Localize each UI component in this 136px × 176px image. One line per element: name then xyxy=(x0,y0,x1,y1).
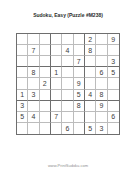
cell-r4c2[interactable]: 8 xyxy=(28,67,39,78)
cell-r5c9[interactable] xyxy=(108,78,119,89)
cell-r7c9[interactable] xyxy=(108,101,119,112)
cell-r7c8[interactable]: 9 xyxy=(96,101,107,112)
cell-r6c6[interactable]: 5 xyxy=(74,90,85,101)
cell-r1c3[interactable] xyxy=(40,34,51,45)
cell-r6c8[interactable]: 8 xyxy=(96,90,107,101)
sudoku-board: 2974873816529135483895476653 xyxy=(16,33,120,135)
cell-r5c7[interactable] xyxy=(85,78,96,89)
cell-r8c6[interactable] xyxy=(74,112,85,123)
cell-r7c4[interactable] xyxy=(51,101,62,112)
cell-r2c3[interactable] xyxy=(40,45,51,56)
cell-r3c3[interactable] xyxy=(40,56,51,67)
cell-r6c2[interactable]: 3 xyxy=(28,90,39,101)
cell-r6c3[interactable] xyxy=(40,90,51,101)
sudoku-sheet: Sudoku, Easy (Puzzle #M238) 297487381652… xyxy=(0,0,136,176)
cell-r9c2[interactable] xyxy=(28,123,39,134)
cell-r2c8[interactable] xyxy=(96,45,107,56)
cell-r3c2[interactable] xyxy=(28,56,39,67)
cell-r7c6[interactable]: 8 xyxy=(74,101,85,112)
cell-r5c1[interactable] xyxy=(17,78,28,89)
cell-r2c1[interactable] xyxy=(17,45,28,56)
cell-r9c7[interactable]: 5 xyxy=(85,123,96,134)
cell-r9c6[interactable] xyxy=(74,123,85,134)
cell-r4c3[interactable] xyxy=(40,67,51,78)
cell-r1c9[interactable]: 9 xyxy=(108,34,119,45)
cell-r5c2[interactable] xyxy=(28,78,39,89)
cell-r3c5[interactable] xyxy=(62,56,73,67)
cell-r8c5[interactable] xyxy=(62,112,73,123)
cell-r6c1[interactable]: 1 xyxy=(17,90,28,101)
cell-r1c1[interactable] xyxy=(17,34,28,45)
cell-r7c3[interactable] xyxy=(40,101,51,112)
cell-r9c5[interactable]: 6 xyxy=(62,123,73,134)
cell-r4c1[interactable] xyxy=(17,67,28,78)
cell-r9c3[interactable] xyxy=(40,123,51,134)
cell-r1c8[interactable] xyxy=(96,34,107,45)
cell-r6c9[interactable] xyxy=(108,90,119,101)
cell-r3c8[interactable] xyxy=(96,56,107,67)
cell-r2c2[interactable]: 7 xyxy=(28,45,39,56)
cell-r1c7[interactable]: 2 xyxy=(85,34,96,45)
cell-r8c1[interactable]: 5 xyxy=(17,112,28,123)
cell-r8c3[interactable] xyxy=(40,112,51,123)
cell-r9c9[interactable] xyxy=(108,123,119,134)
cell-r8c7[interactable] xyxy=(85,112,96,123)
cell-r6c5[interactable] xyxy=(62,90,73,101)
cell-r4c5[interactable] xyxy=(62,67,73,78)
cell-r3c7[interactable] xyxy=(85,56,96,67)
cell-r6c4[interactable] xyxy=(51,90,62,101)
cell-r3c9[interactable]: 3 xyxy=(108,56,119,67)
cell-r8c2[interactable]: 4 xyxy=(28,112,39,123)
cell-r5c4[interactable] xyxy=(51,78,62,89)
cell-r7c2[interactable] xyxy=(28,101,39,112)
cell-r1c4[interactable] xyxy=(51,34,62,45)
cell-r5c8[interactable] xyxy=(96,78,107,89)
cell-r4c7[interactable] xyxy=(85,67,96,78)
cell-r2c7[interactable]: 8 xyxy=(85,45,96,56)
cell-r5c6[interactable]: 9 xyxy=(74,78,85,89)
cell-r2c5[interactable]: 4 xyxy=(62,45,73,56)
cell-r4c8[interactable]: 6 xyxy=(96,67,107,78)
cell-r7c7[interactable] xyxy=(85,101,96,112)
cell-r5c3[interactable]: 2 xyxy=(40,78,51,89)
cell-r3c6[interactable]: 7 xyxy=(74,56,85,67)
cell-r8c9[interactable]: 6 xyxy=(108,112,119,123)
cell-r2c9[interactable] xyxy=(108,45,119,56)
cell-r7c5[interactable] xyxy=(62,101,73,112)
cell-r9c4[interactable] xyxy=(51,123,62,134)
cell-r2c4[interactable] xyxy=(51,45,62,56)
cell-r3c1[interactable] xyxy=(17,56,28,67)
footer-url: www.PrintSudoku.com xyxy=(0,163,136,168)
cell-r1c6[interactable] xyxy=(74,34,85,45)
cell-r6c7[interactable]: 4 xyxy=(85,90,96,101)
cell-r9c1[interactable] xyxy=(17,123,28,134)
cell-r1c2[interactable] xyxy=(28,34,39,45)
cell-r8c4[interactable]: 7 xyxy=(51,112,62,123)
cell-r8c8[interactable] xyxy=(96,112,107,123)
cell-r5c5[interactable] xyxy=(62,78,73,89)
cell-r2c6[interactable] xyxy=(74,45,85,56)
cell-r3c4[interactable] xyxy=(51,56,62,67)
cell-r4c4[interactable]: 1 xyxy=(51,67,62,78)
page-title: Sudoku, Easy (Puzzle #M238) xyxy=(0,12,136,18)
cell-r4c6[interactable] xyxy=(74,67,85,78)
cell-r4c9[interactable]: 5 xyxy=(108,67,119,78)
cell-r7c1[interactable]: 3 xyxy=(17,101,28,112)
cell-r1c5[interactable] xyxy=(62,34,73,45)
cell-r9c8[interactable]: 3 xyxy=(96,123,107,134)
